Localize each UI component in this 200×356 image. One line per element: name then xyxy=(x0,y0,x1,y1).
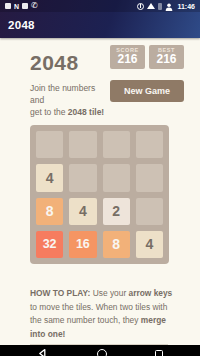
tile-8: 8 xyxy=(36,198,63,225)
game-header: 2048 Join the numbers andget to the 2048… xyxy=(30,45,184,118)
tile-8: 8 xyxy=(103,231,130,258)
tile-4: 4 xyxy=(36,164,63,191)
howto-label: HOW TO PLAY: xyxy=(30,288,90,298)
empty-cell xyxy=(69,164,96,191)
app-bar: 2048 xyxy=(0,12,200,38)
tile-4: 4 xyxy=(69,198,96,225)
call-icon: ✆ xyxy=(31,2,38,10)
game-area: 2048 Join the numbers andget to the 2048… xyxy=(0,38,200,345)
gallery-icon xyxy=(22,3,28,9)
empty-cell xyxy=(136,198,163,225)
user-icon xyxy=(165,0,173,15)
subtitle-goal: 2048 tile! xyxy=(68,107,104,117)
score-value: 216 xyxy=(110,53,145,66)
subtitle: Join the numbers andget to the 2048 tile… xyxy=(30,82,110,118)
game-title: 2048 xyxy=(30,51,110,75)
empty-cell xyxy=(36,131,63,158)
nfc-icon: N xyxy=(14,3,19,10)
android-nav-bar xyxy=(0,345,200,356)
top-bars: N ✆ 11:46 2048 xyxy=(0,0,200,38)
header-left: 2048 Join the numbers andget to the 2048… xyxy=(30,45,110,118)
tile-32: 32 xyxy=(36,231,63,258)
empty-cell xyxy=(69,131,96,158)
header-right: SCORE 216 BEST 216 New Game xyxy=(110,45,184,118)
status-bar: N ✆ 11:46 xyxy=(0,0,200,12)
best-value: 216 xyxy=(149,53,184,66)
tile-4: 4 xyxy=(136,231,163,258)
board[interactable]: 4842321684 xyxy=(30,125,169,264)
empty-cell xyxy=(136,131,163,158)
tile-16: 16 xyxy=(69,231,96,258)
recents-button[interactable] xyxy=(155,350,163,356)
tile-2: 2 xyxy=(103,198,130,225)
alert-icon xyxy=(137,3,144,10)
wifi-icon xyxy=(147,3,155,9)
best-box: BEST 216 xyxy=(149,45,184,69)
back-button[interactable] xyxy=(37,345,48,356)
new-game-button[interactable]: New Game xyxy=(110,80,184,102)
empty-cell xyxy=(103,131,130,158)
empty-cell xyxy=(103,164,130,191)
status-time: 11:46 xyxy=(177,3,195,10)
subtitle-line1: Join the numbers and xyxy=(30,83,95,105)
home-button[interactable] xyxy=(97,349,107,356)
score-panel: SCORE 216 BEST 216 xyxy=(110,45,184,69)
howto-bold-arrow-keys: arrow keys xyxy=(129,288,173,298)
subtitle-line2: get to the xyxy=(30,107,68,117)
screenshot-icon xyxy=(5,3,11,9)
empty-cell xyxy=(136,164,163,191)
score-box: SCORE 216 xyxy=(110,45,145,69)
phone-screen: N ✆ 11:46 2048 2048 Join the numbers and… xyxy=(0,0,200,356)
app-title: 2048 xyxy=(8,19,35,31)
instructions: HOW TO PLAY: Use your arrow keys to move… xyxy=(30,287,175,341)
howto-text-1: Use your xyxy=(90,288,128,298)
battery-icon xyxy=(158,3,162,10)
